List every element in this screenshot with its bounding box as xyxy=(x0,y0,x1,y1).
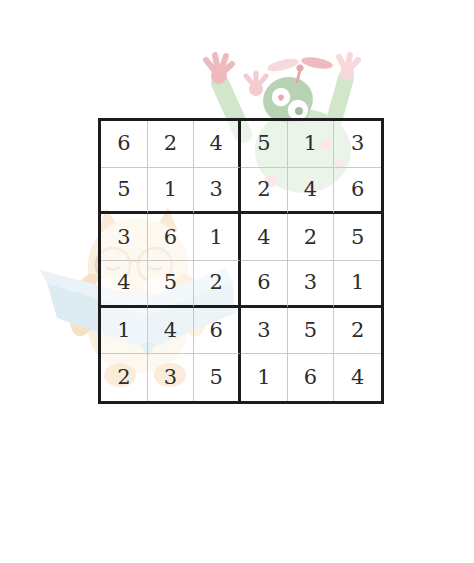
cell-r5c4: 3 xyxy=(241,308,288,355)
cell-r4c2: 5 xyxy=(148,261,195,308)
cell-r5c5: 5 xyxy=(288,308,335,355)
cell-r4c4: 6 xyxy=(241,261,288,308)
cell-r6c5: 6 xyxy=(288,354,335,401)
worksheet-page: 624513513246361425452631146352235164 xyxy=(0,0,474,563)
cell-r5c3: 6 xyxy=(194,308,241,355)
cell-r1c3: 4 xyxy=(194,121,241,168)
cell-r6c6: 4 xyxy=(334,354,381,401)
cell-r1c2: 2 xyxy=(148,121,195,168)
cell-r6c3: 5 xyxy=(194,354,241,401)
cell-r2c3: 3 xyxy=(194,168,241,215)
cell-r1c6: 3 xyxy=(334,121,381,168)
cell-r4c1: 4 xyxy=(101,261,148,308)
cell-r2c5: 4 xyxy=(288,168,335,215)
cell-r6c2: 3 xyxy=(148,354,195,401)
cell-r4c6: 1 xyxy=(334,261,381,308)
cell-r6c1: 2 xyxy=(101,354,148,401)
cell-r1c4: 5 xyxy=(241,121,288,168)
cell-r1c5: 1 xyxy=(288,121,335,168)
cell-r6c4: 1 xyxy=(241,354,288,401)
cell-r3c3: 1 xyxy=(194,214,241,261)
cell-r2c6: 6 xyxy=(334,168,381,215)
cell-r5c1: 1 xyxy=(101,308,148,355)
cell-r2c4: 2 xyxy=(241,168,288,215)
sudoku-board: 624513513246361425452631146352235164 xyxy=(98,118,384,404)
cell-r3c6: 5 xyxy=(334,214,381,261)
cell-r2c1: 5 xyxy=(101,168,148,215)
cell-r4c5: 3 xyxy=(288,261,335,308)
cell-r3c5: 2 xyxy=(288,214,335,261)
cell-r3c4: 4 xyxy=(241,214,288,261)
cell-r5c2: 4 xyxy=(148,308,195,355)
cell-r1c1: 6 xyxy=(101,121,148,168)
cell-r3c1: 3 xyxy=(101,214,148,261)
cell-r3c2: 6 xyxy=(148,214,195,261)
cell-r2c2: 1 xyxy=(148,168,195,215)
cell-r5c6: 2 xyxy=(334,308,381,355)
cell-r4c3: 2 xyxy=(194,261,241,308)
